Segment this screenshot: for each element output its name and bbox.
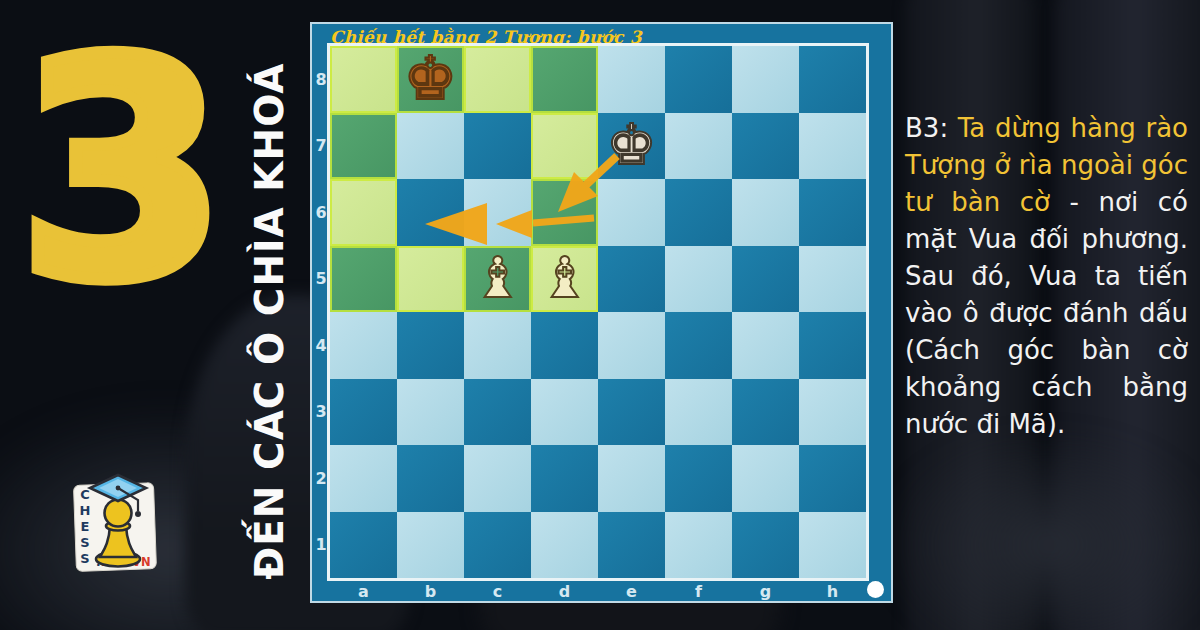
file-label-d: d	[531, 580, 598, 602]
king-move-arrow	[327, 43, 863, 575]
chess-edu-logo: CHESS . EDU.VN	[70, 458, 162, 576]
logo-letter: E	[81, 519, 90, 534]
white-to-move-indicator	[867, 581, 884, 598]
file-label-h: h	[799, 580, 866, 602]
file-labels: abcdefgh	[330, 580, 866, 602]
logo-letter: C	[80, 487, 90, 502]
file-label-c: c	[464, 580, 531, 602]
step-number: 3	[18, 22, 227, 322]
logo-letter: S	[80, 535, 89, 550]
logo-letter: S	[80, 551, 89, 566]
file-label-e: e	[598, 580, 665, 602]
annotation-rest: - nơi có mặt Vua đối phương. Sau đó, Vua…	[905, 187, 1188, 439]
vertical-title: ĐẾN CÁC Ô CHÌA KHOÁ	[247, 53, 305, 589]
lesson-annotation: B3: Ta dừng hàng rào Tượng ở rìa ngoài g…	[905, 110, 1188, 443]
file-label-g: g	[732, 580, 799, 602]
file-label-f: f	[665, 580, 732, 602]
chess-board-panel: Chiếu hết bằng 2 Tượng: bước 3 87654321 …	[310, 22, 893, 603]
logo-letter: H	[80, 503, 91, 518]
file-label-b: b	[397, 580, 464, 602]
file-label-a: a	[330, 580, 397, 602]
background-piece-bases	[880, 430, 1200, 630]
annotation-prefix: B3:	[905, 113, 958, 143]
